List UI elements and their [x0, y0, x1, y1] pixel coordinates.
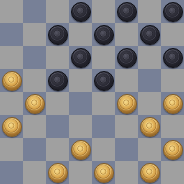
light-square — [115, 23, 138, 46]
black-man-piece[interactable] — [140, 25, 160, 45]
light-square — [92, 138, 115, 161]
dark-square[interactable] — [69, 138, 92, 161]
dark-square[interactable] — [138, 69, 161, 92]
gold-man-piece[interactable] — [140, 117, 160, 137]
light-square — [138, 46, 161, 69]
dark-square[interactable] — [69, 0, 92, 23]
light-square — [115, 69, 138, 92]
gold-man-piece[interactable] — [2, 71, 22, 91]
dark-square[interactable] — [161, 138, 184, 161]
dark-square[interactable] — [138, 161, 161, 184]
black-man-piece[interactable] — [94, 25, 114, 45]
light-square — [23, 115, 46, 138]
dark-square[interactable] — [0, 23, 23, 46]
black-man-piece[interactable] — [48, 71, 68, 91]
gold-man-piece[interactable] — [48, 163, 68, 183]
light-square — [23, 69, 46, 92]
light-square — [46, 92, 69, 115]
dark-square[interactable] — [46, 23, 69, 46]
light-square — [23, 161, 46, 184]
dark-square[interactable] — [23, 0, 46, 23]
light-square — [161, 161, 184, 184]
gold-man-piece[interactable] — [71, 140, 91, 160]
black-man-piece[interactable] — [163, 2, 183, 22]
dark-square[interactable] — [92, 115, 115, 138]
dark-square[interactable] — [46, 115, 69, 138]
dark-square[interactable] — [92, 69, 115, 92]
dark-square[interactable] — [0, 161, 23, 184]
black-man-piece[interactable] — [71, 48, 91, 68]
black-man-piece[interactable] — [71, 2, 91, 22]
light-square — [69, 115, 92, 138]
dark-square[interactable] — [23, 46, 46, 69]
light-square — [92, 92, 115, 115]
gold-man-piece[interactable] — [94, 163, 114, 183]
light-square — [161, 69, 184, 92]
dark-square[interactable] — [23, 92, 46, 115]
light-square — [115, 115, 138, 138]
checkers-board — [0, 0, 184, 184]
dark-square[interactable] — [69, 92, 92, 115]
dark-square[interactable] — [161, 46, 184, 69]
gold-man-piece[interactable] — [163, 94, 183, 114]
light-square — [161, 115, 184, 138]
dark-square[interactable] — [46, 69, 69, 92]
dark-square[interactable] — [161, 92, 184, 115]
dark-square[interactable] — [46, 161, 69, 184]
dark-square[interactable] — [161, 0, 184, 23]
dark-square[interactable] — [69, 46, 92, 69]
dark-square[interactable] — [92, 23, 115, 46]
dark-square[interactable] — [115, 46, 138, 69]
gold-man-piece[interactable] — [25, 94, 45, 114]
light-square — [92, 0, 115, 23]
light-square — [161, 23, 184, 46]
light-square — [138, 92, 161, 115]
gold-man-piece[interactable] — [117, 94, 137, 114]
light-square — [69, 161, 92, 184]
light-square — [69, 23, 92, 46]
dark-square[interactable] — [138, 115, 161, 138]
dark-square[interactable] — [138, 23, 161, 46]
light-square — [46, 46, 69, 69]
black-man-piece[interactable] — [94, 71, 114, 91]
dark-square[interactable] — [115, 138, 138, 161]
light-square — [0, 92, 23, 115]
dark-square[interactable] — [92, 161, 115, 184]
gold-man-piece[interactable] — [163, 140, 183, 160]
checkers-app — [0, 0, 184, 184]
light-square — [115, 161, 138, 184]
gold-man-piece[interactable] — [140, 163, 160, 183]
gold-man-piece[interactable] — [2, 117, 22, 137]
light-square — [0, 138, 23, 161]
light-square — [138, 0, 161, 23]
black-man-piece[interactable] — [117, 2, 137, 22]
dark-square[interactable] — [0, 115, 23, 138]
light-square — [23, 23, 46, 46]
dark-square[interactable] — [0, 69, 23, 92]
light-square — [46, 138, 69, 161]
black-man-piece[interactable] — [48, 25, 68, 45]
light-square — [46, 0, 69, 23]
light-square — [92, 46, 115, 69]
light-square — [138, 138, 161, 161]
black-man-piece[interactable] — [163, 48, 183, 68]
dark-square[interactable] — [23, 138, 46, 161]
light-square — [0, 0, 23, 23]
dark-square[interactable] — [115, 0, 138, 23]
light-square — [0, 46, 23, 69]
dark-square[interactable] — [115, 92, 138, 115]
light-square — [69, 69, 92, 92]
black-man-piece[interactable] — [117, 48, 137, 68]
